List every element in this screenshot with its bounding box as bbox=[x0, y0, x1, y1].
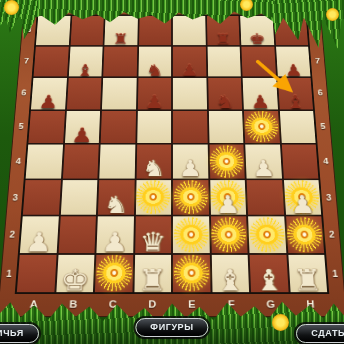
square-b8[interactable] bbox=[70, 16, 104, 45]
square-b2[interactable] bbox=[58, 216, 96, 252]
square-f1[interactable]: ♝ bbox=[211, 254, 249, 292]
square-b7[interactable]: ♝ bbox=[68, 46, 102, 76]
black-knight-d7[interactable]: ♞ bbox=[146, 63, 163, 78]
dandelion-flower bbox=[326, 8, 339, 21]
square-g8[interactable]: ♚ bbox=[240, 16, 274, 45]
black-rook-f8[interactable]: ♜ bbox=[215, 33, 232, 47]
square-g3[interactable] bbox=[247, 180, 284, 215]
black-pawn-d6[interactable]: ♟ bbox=[145, 94, 164, 111]
chess-board-grid: ♜♜♚♝♞♟♟♟♟♞♟♝♟♞♟♟♞♟♟♟♟♛♚♜♝♝♜ bbox=[15, 14, 330, 294]
square-b6[interactable] bbox=[66, 78, 101, 109]
square-g6[interactable]: ♟ bbox=[243, 78, 278, 109]
square-h3[interactable]: ♟ bbox=[283, 180, 321, 215]
square-c7[interactable] bbox=[103, 46, 137, 76]
square-b4[interactable] bbox=[62, 145, 98, 179]
square-g5[interactable] bbox=[244, 111, 280, 143]
square-d5[interactable] bbox=[137, 111, 171, 143]
square-d3[interactable] bbox=[135, 180, 171, 215]
black-bishop-h6[interactable]: ♝ bbox=[286, 94, 306, 111]
white-rook-d1[interactable]: ♜ bbox=[138, 266, 167, 294]
square-h5[interactable] bbox=[279, 111, 315, 143]
coordinate-label: 7 bbox=[311, 45, 325, 77]
square-c4[interactable] bbox=[99, 145, 135, 179]
square-b1[interactable]: ♚ bbox=[56, 254, 95, 292]
square-b5[interactable]: ♟ bbox=[65, 111, 101, 143]
coordinate-label: D bbox=[132, 299, 172, 314]
dandelion-flower bbox=[4, 0, 19, 15]
chess-game-screen: ABCDEFGH ABCDEFGH 87654321 87654321 ♜♜♚♝… bbox=[0, 0, 344, 344]
square-g4[interactable]: ♟ bbox=[245, 145, 281, 179]
white-pawn-e4[interactable]: ♟ bbox=[179, 159, 203, 180]
square-e1[interactable] bbox=[173, 254, 210, 292]
square-d1[interactable]: ♜ bbox=[134, 254, 171, 292]
resign-button[interactable]: СДАТЬСЯ bbox=[296, 324, 344, 343]
square-f3[interactable]: ♟ bbox=[210, 180, 246, 215]
pieces-button[interactable]: ФИГУРЫ bbox=[135, 318, 208, 337]
square-a2[interactable]: ♟ bbox=[20, 216, 58, 252]
square-e5[interactable] bbox=[173, 111, 207, 143]
square-d2[interactable]: ♛ bbox=[135, 216, 171, 252]
square-e7[interactable]: ♟ bbox=[173, 46, 206, 76]
white-knight-d4[interactable]: ♞ bbox=[142, 159, 166, 180]
square-e8[interactable] bbox=[173, 16, 206, 45]
move-highlight-sun bbox=[249, 217, 285, 252]
coordinate-label: 2 bbox=[324, 216, 340, 254]
chess-board-frame: ABCDEFGH ABCDEFGH 87654321 87654321 ♜♜♚♝… bbox=[0, 2, 344, 316]
square-e2[interactable] bbox=[173, 216, 209, 252]
coordinate-label: 4 bbox=[318, 144, 333, 179]
white-pawn-f3[interactable]: ♟ bbox=[215, 194, 240, 217]
white-knight-c3[interactable]: ♞ bbox=[103, 194, 128, 217]
move-highlight-sun bbox=[174, 255, 210, 291]
white-rook-h1[interactable]: ♜ bbox=[292, 266, 323, 294]
black-pawn-h7[interactable]: ♟ bbox=[284, 63, 302, 78]
square-g2[interactable] bbox=[248, 216, 286, 252]
move-highlight-sun bbox=[210, 145, 244, 177]
black-knight-f6[interactable]: ♞ bbox=[215, 94, 235, 111]
square-f2[interactable] bbox=[211, 216, 248, 252]
square-f6[interactable]: ♞ bbox=[208, 78, 242, 109]
square-h4[interactable] bbox=[281, 145, 318, 179]
move-highlight-sun bbox=[96, 255, 132, 291]
square-f7[interactable] bbox=[207, 46, 241, 76]
square-a4[interactable] bbox=[26, 145, 63, 179]
square-e4[interactable]: ♟ bbox=[173, 145, 208, 179]
square-a5[interactable] bbox=[28, 111, 64, 143]
black-bishop-b7[interactable]: ♝ bbox=[76, 63, 94, 78]
black-rook-c8[interactable]: ♜ bbox=[112, 33, 129, 47]
square-c3[interactable]: ♞ bbox=[98, 180, 134, 215]
white-pawn-c2[interactable]: ♟ bbox=[101, 230, 129, 255]
white-queen-d2[interactable]: ♛ bbox=[139, 230, 166, 255]
white-pawn-g4[interactable]: ♟ bbox=[252, 159, 276, 180]
square-a3[interactable] bbox=[23, 180, 61, 215]
square-b3[interactable] bbox=[60, 180, 97, 215]
square-h2[interactable] bbox=[286, 216, 324, 252]
square-c6[interactable] bbox=[102, 78, 136, 109]
square-f4[interactable] bbox=[209, 145, 245, 179]
square-c5[interactable] bbox=[101, 111, 136, 143]
move-highlight-sun bbox=[245, 111, 279, 142]
white-pawn-a2[interactable]: ♟ bbox=[24, 230, 53, 255]
white-pawn-h3[interactable]: ♟ bbox=[290, 194, 316, 217]
square-c1[interactable] bbox=[95, 254, 133, 292]
square-d6[interactable]: ♟ bbox=[137, 78, 171, 109]
black-king-g8[interactable]: ♚ bbox=[249, 33, 266, 47]
square-h1[interactable]: ♜ bbox=[288, 254, 327, 292]
move-highlight-sun bbox=[174, 217, 209, 252]
square-c2[interactable]: ♟ bbox=[96, 216, 133, 252]
move-highlight-sun bbox=[211, 217, 247, 252]
coordinate-label: 6 bbox=[313, 77, 327, 110]
square-f5[interactable] bbox=[208, 111, 243, 143]
dandelion-flower bbox=[272, 314, 289, 331]
square-h7[interactable]: ♟ bbox=[276, 46, 311, 76]
move-highlight-sun bbox=[136, 180, 170, 214]
square-a7[interactable] bbox=[34, 46, 69, 76]
coordinate-label: 1 bbox=[327, 254, 343, 294]
square-d4[interactable]: ♞ bbox=[136, 145, 171, 179]
square-d7[interactable]: ♞ bbox=[138, 46, 171, 76]
square-e6[interactable] bbox=[173, 78, 207, 109]
square-g1[interactable]: ♝ bbox=[250, 254, 289, 292]
coordinate-label: 5 bbox=[316, 110, 331, 144]
black-pawn-a6[interactable]: ♟ bbox=[38, 94, 58, 111]
square-h6[interactable]: ♝ bbox=[277, 78, 313, 109]
white-king-b1[interactable]: ♚ bbox=[60, 266, 90, 294]
white-bishop-f1[interactable]: ♝ bbox=[215, 266, 245, 294]
black-pawn-g6[interactable]: ♟ bbox=[250, 94, 270, 111]
square-a1[interactable] bbox=[17, 254, 56, 292]
black-pawn-e7[interactable]: ♟ bbox=[181, 63, 198, 78]
square-e3[interactable] bbox=[173, 180, 209, 215]
square-a6[interactable]: ♟ bbox=[31, 78, 67, 109]
square-g7[interactable] bbox=[241, 46, 275, 76]
white-bishop-g1[interactable]: ♝ bbox=[254, 266, 284, 294]
move-highlight-sun bbox=[174, 180, 208, 214]
move-highlight-sun bbox=[286, 217, 323, 252]
black-pawn-b5[interactable]: ♟ bbox=[71, 126, 93, 145]
coordinate-label: 3 bbox=[321, 179, 336, 216]
draw-button[interactable]: НИЧЬЯ bbox=[0, 324, 39, 343]
